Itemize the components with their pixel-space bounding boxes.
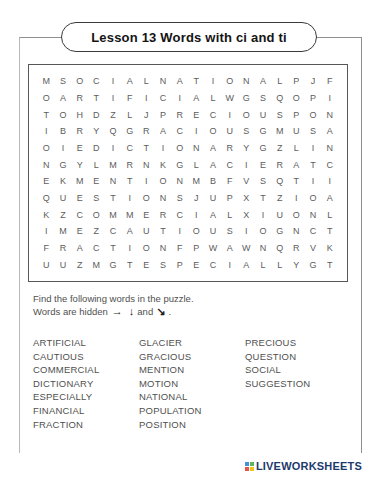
grid-cell-r2-c5[interactable]: I bbox=[105, 90, 122, 107]
grid-cell-r4-c10[interactable]: I bbox=[188, 123, 205, 140]
grid-cell-r9-c4[interactable]: O bbox=[88, 206, 105, 223]
grid-cell-r8-c10[interactable]: J bbox=[188, 190, 205, 207]
grid-cell-r9-c14[interactable]: I bbox=[255, 206, 272, 223]
grid-cell-r11-c7[interactable]: O bbox=[138, 240, 155, 257]
grid-cell-r8-c13[interactable]: X bbox=[238, 190, 255, 207]
right-arrow-icon: → bbox=[112, 305, 123, 318]
grid-cell-r1-c17[interactable]: J bbox=[305, 73, 322, 90]
down-arrow-icon: ↓ bbox=[129, 305, 135, 318]
grid-cell-r6-c5[interactable]: M bbox=[105, 156, 122, 173]
grid-cell-r3-c3[interactable]: H bbox=[71, 106, 88, 123]
grid-cell-r4-c18[interactable]: A bbox=[321, 123, 338, 140]
word-item: MENTION bbox=[139, 363, 245, 377]
grid-cell-r10-c13[interactable]: I bbox=[238, 223, 255, 240]
grid-cell-r12-c14[interactable]: L bbox=[255, 256, 272, 273]
grid-cell-r2-c12[interactable]: W bbox=[221, 90, 238, 107]
grid-cell-r5-c14[interactable]: G bbox=[255, 140, 272, 157]
grid-cell-r12-c5[interactable]: G bbox=[105, 256, 122, 273]
instructions: Find the following words in the puzzle. … bbox=[33, 292, 194, 318]
grid-cell-r1-c8[interactable]: N bbox=[155, 73, 172, 90]
grid-cell-r9-c15[interactable]: U bbox=[271, 206, 288, 223]
grid-cell-r8-c3[interactable]: E bbox=[71, 190, 88, 207]
grid-cell-r5-c16[interactable]: L bbox=[288, 140, 305, 157]
grid-cell-r7-c18[interactable]: I bbox=[321, 173, 338, 190]
instruction-line2: Words are hidden→↓and↘. bbox=[33, 305, 194, 318]
word-item: NATIONAL bbox=[139, 390, 245, 404]
grid-cell-r2-c17[interactable]: P bbox=[305, 90, 322, 107]
liveworksheets-logo-icon bbox=[245, 462, 254, 471]
grid-cell-r4-c1[interactable]: I bbox=[38, 123, 55, 140]
grid-cell-r4-c9[interactable]: C bbox=[171, 123, 188, 140]
grid-cell-r4-c12[interactable]: U bbox=[221, 123, 238, 140]
grid-cell-r8-c17[interactable]: O bbox=[305, 190, 322, 207]
grid-cell-r9-c3[interactable]: C bbox=[71, 206, 88, 223]
grid-cell-r11-c11[interactable]: W bbox=[205, 240, 222, 257]
grid-cell-r11-c5[interactable]: T bbox=[105, 240, 122, 257]
page-title: Lesson 13 Words with ci and ti bbox=[91, 30, 287, 45]
grid-cell-r4-c16[interactable]: U bbox=[288, 123, 305, 140]
grid-cell-r3-c7[interactable]: J bbox=[138, 106, 155, 123]
grid-cell-r12-c11[interactable]: C bbox=[205, 256, 222, 273]
grid-cell-r8-c12[interactable]: P bbox=[221, 190, 238, 207]
grid-cell-r4-c17[interactable]: S bbox=[305, 123, 322, 140]
grid-cell-r7-c10[interactable]: M bbox=[188, 173, 205, 190]
word-list-column-2: GLACIERGRACIOUSMENTIONMOTIONNATIONALPOPU… bbox=[139, 336, 245, 431]
word-item: DICTIONARY bbox=[33, 377, 139, 391]
grid-cell-r5-c5[interactable]: I bbox=[105, 140, 122, 157]
grid-cell-r4-c3[interactable]: R bbox=[71, 123, 88, 140]
grid-cell-r8-c7[interactable]: O bbox=[138, 190, 155, 207]
grid-cell-r6-c7[interactable]: N bbox=[138, 156, 155, 173]
grid-cell-r9-c9[interactable]: C bbox=[171, 206, 188, 223]
grid-cell-r5-c9[interactable]: O bbox=[171, 140, 188, 157]
grid-cell-r10-c9[interactable]: I bbox=[171, 223, 188, 240]
grid-cell-r2-c13[interactable]: G bbox=[238, 90, 255, 107]
instruction-and-label: and bbox=[137, 306, 153, 317]
grid-cell-r3-c2[interactable]: O bbox=[55, 106, 72, 123]
grid-cell-r12-c10[interactable]: E bbox=[188, 256, 205, 273]
grid-cell-r12-c9[interactable]: P bbox=[171, 256, 188, 273]
grid-cell-r8-c9[interactable]: S bbox=[171, 190, 188, 207]
grid-cell-r3-c4[interactable]: D bbox=[88, 106, 105, 123]
grid-cell-r6-c18[interactable]: C bbox=[321, 156, 338, 173]
diagonal-arrow-icon: ↘ bbox=[156, 305, 165, 318]
word-item: ESPECIALLY bbox=[33, 390, 139, 404]
grid-cell-r10-c14[interactable]: O bbox=[255, 223, 272, 240]
grid-cell-r7-c1[interactable]: E bbox=[38, 173, 55, 190]
grid-cell-r8-c6[interactable]: I bbox=[121, 190, 138, 207]
grid-cell-r2-c18[interactable]: I bbox=[321, 90, 338, 107]
grid-cell-r3-c13[interactable]: O bbox=[238, 106, 255, 123]
grid-cell-r8-c2[interactable]: U bbox=[55, 190, 72, 207]
grid-cell-r5-c15[interactable]: Z bbox=[271, 140, 288, 157]
grid-cell-r11-c1[interactable]: F bbox=[38, 240, 55, 257]
grid-cell-r5-c17[interactable]: I bbox=[305, 140, 322, 157]
grid-cell-r11-c4[interactable]: C bbox=[88, 240, 105, 257]
grid-cell-r5-c12[interactable]: R bbox=[221, 140, 238, 157]
grid-cell-r6-c16[interactable]: A bbox=[288, 156, 305, 173]
grid-cell-r10-c17[interactable]: C bbox=[305, 223, 322, 240]
instruction-line2-prefix: Words are hidden bbox=[33, 306, 108, 317]
grid-cell-r11-c18[interactable]: K bbox=[321, 240, 338, 257]
grid-cell-r2-c11[interactable]: L bbox=[205, 90, 222, 107]
grid-cell-r12-c1[interactable]: U bbox=[38, 256, 55, 273]
grid-cell-r3-c15[interactable]: S bbox=[271, 106, 288, 123]
grid-cell-r9-c5[interactable]: M bbox=[105, 206, 122, 223]
grid-cell-r3-c16[interactable]: P bbox=[288, 106, 305, 123]
grid-cell-r1-c14[interactable]: A bbox=[255, 73, 272, 90]
grid-cell-r5-c13[interactable]: Y bbox=[238, 140, 255, 157]
word-item: FINANCIAL bbox=[33, 404, 139, 418]
grid-cell-r12-c16[interactable]: Y bbox=[288, 256, 305, 273]
grid-cell-r11-c10[interactable]: P bbox=[188, 240, 205, 257]
grid-cell-r10-c16[interactable]: N bbox=[288, 223, 305, 240]
grid-cell-r11-c3[interactable]: A bbox=[71, 240, 88, 257]
grid-cell-r10-c3[interactable]: E bbox=[71, 223, 88, 240]
grid-cell-r9-c6[interactable]: M bbox=[121, 206, 138, 223]
grid-cell-r6-c9[interactable]: G bbox=[171, 156, 188, 173]
grid-cell-r8-c1[interactable]: Q bbox=[38, 190, 55, 207]
liveworksheets-brand[interactable]: LIVEWORKSHEETS bbox=[245, 460, 362, 472]
grid-cell-r6-c11[interactable]: A bbox=[205, 156, 222, 173]
grid-cell-r5-c1[interactable]: O bbox=[38, 140, 55, 157]
grid-cell-r3-c11[interactable]: C bbox=[205, 106, 222, 123]
grid-cell-r3-c18[interactable]: N bbox=[321, 106, 338, 123]
grid-cell-r9-c2[interactable]: Z bbox=[55, 206, 72, 223]
grid-cell-r8-c5[interactable]: T bbox=[105, 190, 122, 207]
grid-cell-r1-c13[interactable]: N bbox=[238, 73, 255, 90]
grid-cell-r3-c9[interactable]: R bbox=[171, 106, 188, 123]
grid-cell-r3-c14[interactable]: U bbox=[255, 106, 272, 123]
grid-cell-r5-c2[interactable]: I bbox=[55, 140, 72, 157]
grid-cell-r8-c16[interactable]: I bbox=[288, 190, 305, 207]
grid-cell-r5-c11[interactable]: A bbox=[205, 140, 222, 157]
grid-cell-r12-c12[interactable]: I bbox=[221, 256, 238, 273]
grid-cell-r11-c2[interactable]: R bbox=[55, 240, 72, 257]
grid-cell-r7-c3[interactable]: M bbox=[71, 173, 88, 190]
word-item: COMMERCIAL bbox=[33, 363, 139, 377]
grid-cell-r3-c17[interactable]: O bbox=[305, 106, 322, 123]
wordsearch-grid[interactable]: MSOCIALNATIONALPJFOARTIFICIALWGSQOPITOHD… bbox=[28, 64, 348, 282]
grid-cell-r7-c16[interactable]: T bbox=[288, 173, 305, 190]
grid-cell-r6-c3[interactable]: Y bbox=[71, 156, 88, 173]
grid-cell-r9-c12[interactable]: L bbox=[221, 206, 238, 223]
grid-cell-r10-c4[interactable]: Z bbox=[88, 223, 105, 240]
grid-cell-r7-c5[interactable]: N bbox=[105, 173, 122, 190]
grid-cell-r4-c8[interactable]: A bbox=[155, 123, 172, 140]
grid-cell-r7-c2[interactable]: K bbox=[55, 173, 72, 190]
grid-cell-r11-c17[interactable]: V bbox=[305, 240, 322, 257]
grid-cell-r7-c17[interactable]: I bbox=[305, 173, 322, 190]
grid-cell-r5-c18[interactable]: N bbox=[321, 140, 338, 157]
word-item: SUGGESTION bbox=[245, 377, 353, 391]
grid-cell-r2-c2[interactable]: A bbox=[55, 90, 72, 107]
grid-cell-r10-c5[interactable]: C bbox=[105, 223, 122, 240]
grid-cell-r7-c11[interactable]: B bbox=[205, 173, 222, 190]
grid-cell-r6-c4[interactable]: L bbox=[88, 156, 105, 173]
word-item: GLACIER bbox=[139, 336, 245, 350]
grid-cell-r1-c4[interactable]: C bbox=[88, 73, 105, 90]
grid-cell-r11-c16[interactable]: R bbox=[288, 240, 305, 257]
grid-cell-r1-c9[interactable]: A bbox=[171, 73, 188, 90]
grid-cell-r8-c4[interactable]: S bbox=[88, 190, 105, 207]
word-item: SOCIAL bbox=[245, 363, 353, 377]
grid-cell-r2-c4[interactable]: T bbox=[88, 90, 105, 107]
word-item: MOTION bbox=[139, 377, 245, 391]
grid-cell-r1-c12[interactable]: O bbox=[221, 73, 238, 90]
grid-cell-r6-c14[interactable]: E bbox=[255, 156, 272, 173]
grid-cell-r6-c13[interactable]: I bbox=[238, 156, 255, 173]
grid-cell-r12-c17[interactable]: G bbox=[305, 256, 322, 273]
grid-cell-r9-c16[interactable]: O bbox=[288, 206, 305, 223]
grid-cell-r1-c6[interactable]: A bbox=[121, 73, 138, 90]
grid-cell-r2-c15[interactable]: Q bbox=[271, 90, 288, 107]
grid-cell-r3-c8[interactable]: P bbox=[155, 106, 172, 123]
title-pill: Lesson 13 Words with ci and ti bbox=[61, 22, 317, 52]
grid-cell-r10-c10[interactable]: O bbox=[188, 223, 205, 240]
grid-cell-r2-c9[interactable]: I bbox=[171, 90, 188, 107]
word-item: CAUTIOUS bbox=[33, 350, 139, 364]
grid-cell-r2-c6[interactable]: F bbox=[121, 90, 138, 107]
grid-cell-r2-c1[interactable]: O bbox=[38, 90, 55, 107]
grid-cell-r8-c18[interactable]: A bbox=[321, 190, 338, 207]
grid-cell-r10-c15[interactable]: G bbox=[271, 223, 288, 240]
grid-cell-r9-c8[interactable]: R bbox=[155, 206, 172, 223]
grid-cell-r12-c18[interactable]: T bbox=[321, 256, 338, 273]
grid-cell-r11-c13[interactable]: W bbox=[238, 240, 255, 257]
grid-cell-r4-c5[interactable]: Q bbox=[105, 123, 122, 140]
grid-cell-r9-c10[interactable]: I bbox=[188, 206, 205, 223]
grid-cell-r1-c5[interactable]: I bbox=[105, 73, 122, 90]
grid-cell-r2-c16[interactable]: O bbox=[288, 90, 305, 107]
grid-cell-r10-c18[interactable]: T bbox=[321, 223, 338, 240]
grid-cell-r9-c17[interactable]: N bbox=[305, 206, 322, 223]
grid-cell-r11-c14[interactable]: N bbox=[255, 240, 272, 257]
grid-cell-r10-c2[interactable]: M bbox=[55, 223, 72, 240]
word-item: POSITION bbox=[139, 418, 245, 432]
grid-cell-r7-c6[interactable]: T bbox=[121, 173, 138, 190]
grid-cell-r4-c14[interactable]: G bbox=[255, 123, 272, 140]
grid-cell-r7-c9[interactable]: N bbox=[171, 173, 188, 190]
grid-cell-r6-c15[interactable]: R bbox=[271, 156, 288, 173]
brand-name: LIVEWORKSHEETS bbox=[256, 460, 362, 472]
grid-cell-r1-c11[interactable]: I bbox=[205, 73, 222, 90]
grid-cell-r4-c13[interactable]: S bbox=[238, 123, 255, 140]
grid-cell-r10-c1[interactable]: I bbox=[38, 223, 55, 240]
grid-cell-r7-c4[interactable]: E bbox=[88, 173, 105, 190]
grid-cell-r11-c12[interactable]: A bbox=[221, 240, 238, 257]
grid-cell-r9-c7[interactable]: E bbox=[138, 206, 155, 223]
grid-cell-r3-c10[interactable]: E bbox=[188, 106, 205, 123]
grid-cell-r5-c4[interactable]: D bbox=[88, 140, 105, 157]
grid-cell-r11-c6[interactable]: I bbox=[121, 240, 138, 257]
grid-cell-r5-c7[interactable]: T bbox=[138, 140, 155, 157]
grid-cell-r6-c10[interactable]: L bbox=[188, 156, 205, 173]
grid-cell-r3-c5[interactable]: Z bbox=[105, 106, 122, 123]
grid-cell-r5-c8[interactable]: I bbox=[155, 140, 172, 157]
grid-cell-r4-c6[interactable]: G bbox=[121, 123, 138, 140]
grid-cell-r10-c6[interactable]: A bbox=[121, 223, 138, 240]
grid-cell-r2-c14[interactable]: S bbox=[255, 90, 272, 107]
grid-cell-r8-c14[interactable]: T bbox=[255, 190, 272, 207]
word-item: POPULATION bbox=[139, 404, 245, 418]
grid-cell-r1-c2[interactable]: S bbox=[55, 73, 72, 90]
grid-cell-r6-c17[interactable]: T bbox=[305, 156, 322, 173]
grid-cell-r8-c8[interactable]: N bbox=[155, 190, 172, 207]
grid-cell-r7-c13[interactable]: V bbox=[238, 173, 255, 190]
grid-cell-r11-c8[interactable]: N bbox=[155, 240, 172, 257]
word-item: PRECIOUS bbox=[245, 336, 353, 350]
word-item: FRACTION bbox=[33, 418, 139, 432]
grid-cell-r1-c1[interactable]: M bbox=[38, 73, 55, 90]
grid-cell-r12-c3[interactable]: Z bbox=[71, 256, 88, 273]
grid-cell-r4-c4[interactable]: Y bbox=[88, 123, 105, 140]
grid-cell-r6-c2[interactable]: G bbox=[55, 156, 72, 173]
grid-cell-r1-c7[interactable]: L bbox=[138, 73, 155, 90]
grid-cell-r1-c16[interactable]: P bbox=[288, 73, 305, 90]
grid-cell-r2-c8[interactable]: C bbox=[155, 90, 172, 107]
grid-cell-r1-c10[interactable]: T bbox=[188, 73, 205, 90]
instruction-line1: Find the following words in the puzzle. bbox=[33, 292, 194, 305]
grid-cell-r6-c1[interactable]: N bbox=[38, 156, 55, 173]
word-list-column-1: ARTIFICIALCAUTIOUSCOMMERCIALDICTIONARYES… bbox=[33, 336, 139, 431]
grid-cell-r5-c6[interactable]: C bbox=[121, 140, 138, 157]
grid-cell-r4-c15[interactable]: M bbox=[271, 123, 288, 140]
grid-cell-r6-c6[interactable]: R bbox=[121, 156, 138, 173]
grid-cell-r2-c3[interactable]: R bbox=[71, 90, 88, 107]
grid-cell-r1-c15[interactable]: L bbox=[271, 73, 288, 90]
grid-cell-r1-c18[interactable]: F bbox=[321, 73, 338, 90]
grid-cell-r2-c7[interactable]: I bbox=[138, 90, 155, 107]
grid-cell-r7-c12[interactable]: F bbox=[221, 173, 238, 190]
grid-cell-r7-c8[interactable]: O bbox=[155, 173, 172, 190]
grid-cell-r8-c15[interactable]: Z bbox=[271, 190, 288, 207]
grid-cell-r9-c1[interactable]: K bbox=[38, 206, 55, 223]
word-list-column-3: PRECIOUSQUESTIONSOCIALSUGGESTION bbox=[245, 336, 353, 431]
grid-cell-r12-c8[interactable]: S bbox=[155, 256, 172, 273]
grid-cell-r12-c13[interactable]: A bbox=[238, 256, 255, 273]
grid-cell-r10-c12[interactable]: S bbox=[221, 223, 238, 240]
grid-cell-r9-c13[interactable]: X bbox=[238, 206, 255, 223]
grid-cell-r3-c1[interactable]: T bbox=[38, 106, 55, 123]
grid-cell-r1-c3[interactable]: O bbox=[71, 73, 88, 90]
grid-cell-r11-c9[interactable]: F bbox=[171, 240, 188, 257]
grid-cell-r12-c6[interactable]: T bbox=[121, 256, 138, 273]
word-list: ARTIFICIALCAUTIOUSCOMMERCIALDICTIONARYES… bbox=[33, 336, 353, 431]
grid-cell-r6-c8[interactable]: K bbox=[155, 156, 172, 173]
grid-cell-r4-c7[interactable]: R bbox=[138, 123, 155, 140]
grid-cell-r5-c3[interactable]: E bbox=[71, 140, 88, 157]
grid-cell-r7-c15[interactable]: Q bbox=[271, 173, 288, 190]
word-item: QUESTION bbox=[245, 350, 353, 364]
grid-cell-r9-c18[interactable]: L bbox=[321, 206, 338, 223]
grid-cell-r3-c6[interactable]: L bbox=[121, 106, 138, 123]
grid-cell-r5-c10[interactable]: N bbox=[188, 140, 205, 157]
word-item: GRACIOUS bbox=[139, 350, 245, 364]
grid-cell-r12-c7[interactable]: E bbox=[138, 256, 155, 273]
grid-cell-r7-c7[interactable]: I bbox=[138, 173, 155, 190]
grid-cell-r12-c2[interactable]: U bbox=[55, 256, 72, 273]
grid-cell-r9-c11[interactable]: A bbox=[205, 206, 222, 223]
grid-cell-r12-c15[interactable]: L bbox=[271, 256, 288, 273]
grid-cell-r2-c10[interactable]: A bbox=[188, 90, 205, 107]
grid-cell-r6-c12[interactable]: C bbox=[221, 156, 238, 173]
instruction-period: . bbox=[168, 306, 171, 317]
grid-cell-r3-c12[interactable]: I bbox=[221, 106, 238, 123]
grid-cell-r11-c15[interactable]: Q bbox=[271, 240, 288, 257]
grid-cell-r10-c7[interactable]: U bbox=[138, 223, 155, 240]
grid-cell-r7-c14[interactable]: S bbox=[255, 173, 272, 190]
grid-cell-r8-c11[interactable]: U bbox=[205, 190, 222, 207]
grid-cell-r10-c8[interactable]: T bbox=[155, 223, 172, 240]
grid-cell-r12-c4[interactable]: M bbox=[88, 256, 105, 273]
word-item: ARTIFICIAL bbox=[33, 336, 139, 350]
grid-cell-r4-c11[interactable]: O bbox=[205, 123, 222, 140]
grid-cell-r4-c2[interactable]: B bbox=[55, 123, 72, 140]
grid-cell-r10-c11[interactable]: U bbox=[205, 223, 222, 240]
